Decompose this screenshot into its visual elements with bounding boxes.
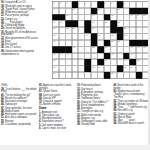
clues-bottom-column-2: 60. Apple on a teacher’s desk, perhaps67… [39, 84, 75, 130]
cell-number: 53 [92, 66, 94, 68]
cell-number: 17 [137, 15, 139, 17]
crossword-grid[interactable]: 1234567891011121314151617181920212223242… [52, 1, 150, 79]
clue-item: 6. Cap’n’s mate, for short [39, 127, 75, 130]
cell-number: 40 [130, 47, 132, 49]
cell-number: 12 [118, 8, 120, 10]
clues-bottom-column-3: 10. Patterned pullover13. Say hey to15. … [77, 84, 112, 126]
cell-number: 45 [66, 53, 68, 55]
cell-number: 39 [105, 47, 107, 49]
cell-number: 5 [85, 2, 86, 4]
cell-number: 55 [124, 66, 126, 68]
cell-number: 19 [53, 21, 55, 23]
cell-number: 30 [85, 34, 87, 36]
cell-number: 56 [130, 66, 132, 68]
cell-number: 26 [73, 27, 75, 29]
clue-item: 64. Word with back or watch [114, 122, 149, 125]
cell-number: 52 [53, 66, 55, 68]
cell-number: 27 [92, 27, 94, 29]
cell-number: 34 [53, 40, 55, 42]
cell-number: 48 [53, 60, 55, 62]
cell-number: 38 [92, 47, 94, 49]
cell-number: 2 [60, 2, 61, 4]
cell-number: 44 [60, 53, 62, 55]
cell-number: 1 [53, 2, 54, 4]
clues-bottom-column-1: 1966)39. “I can’t believe ___ the whole … [1, 84, 37, 126]
cell-number: 23 [118, 21, 120, 23]
clue-item: 38. Steady climb [77, 123, 112, 126]
cell-number: 22 [105, 21, 107, 23]
cell-number: 15 [111, 15, 113, 17]
cell-number: 18 [143, 15, 145, 17]
cell-number: 42 [143, 47, 145, 49]
crossword-page: 16. It may be AC or DC18. Word with soap… [0, 0, 150, 150]
cell-number: 21 [92, 21, 94, 23]
cell-number: 4 [79, 2, 80, 4]
clue-item: 38. Island nation which gained independe… [1, 49, 39, 55]
cell-number: 6 [105, 2, 106, 4]
cell-number: 47 [130, 53, 132, 55]
cell-number: 13 [66, 15, 68, 17]
clues-bottom-column-4: 40. Beach time south of the border50. Mo… [114, 84, 149, 125]
across-clues-left-column: 16. It may be AC or DC18. Word with soap… [1, 1, 39, 56]
cell-number: 28 [124, 27, 126, 29]
cell-number: 7 [111, 2, 112, 4]
cell-number: 54 [98, 66, 100, 68]
cell-number: 43 [53, 53, 55, 55]
cell-number: 50 [124, 60, 126, 62]
cell-number: 36 [118, 40, 120, 42]
clue-item: 57. Crossbows, purportedly [1, 123, 37, 126]
cell-number: 31 [98, 34, 100, 36]
cell-number: 49 [105, 60, 107, 62]
cell-number: 14 [92, 15, 94, 17]
cell-number: 33 [124, 34, 126, 36]
cell-number: 3 [66, 2, 67, 4]
cell-number: 24 [53, 27, 55, 29]
cell-number: 10 [73, 8, 75, 10]
cell-number: 11 [98, 8, 100, 10]
clue-item: 50. Modern musical with “Vanilla” lyrics… [114, 90, 149, 99]
cell-number: 29 [53, 34, 55, 36]
cell-number: 32 [111, 34, 113, 36]
cell-number: 25 [66, 27, 68, 29]
cell-number: 20 [60, 21, 62, 23]
cell-number: 41 [137, 47, 139, 49]
page-edge-right [148, 0, 150, 150]
page-edge-bottom [0, 145, 150, 150]
cell-number: 8 [124, 2, 125, 4]
cell-number: 35 [111, 40, 113, 42]
cell-number: 51 [137, 60, 139, 62]
cell-number: 58 [111, 72, 113, 74]
cell-number: 57 [53, 72, 55, 74]
cell-number: 37 [73, 47, 75, 49]
cell-number: 9 [53, 8, 54, 10]
cell-number: 46 [111, 53, 113, 55]
cell-number: 16 [130, 15, 132, 17]
